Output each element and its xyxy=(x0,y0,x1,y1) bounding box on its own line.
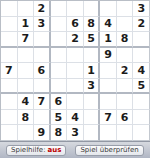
cell-r4c4[interactable] xyxy=(51,48,68,64)
toolbar: Spielhilfe: aus Spiel überprüfen xyxy=(0,141,150,158)
cell-r5c4[interactable] xyxy=(51,63,68,79)
cell-r3c6[interactable]: 5 xyxy=(84,32,101,48)
cell-r8c8[interactable]: 6 xyxy=(117,110,134,126)
cell-r8c4[interactable]: 5 xyxy=(51,110,68,126)
cell-r3c4[interactable] xyxy=(51,32,68,48)
cell-r2c8[interactable] xyxy=(117,17,134,33)
cell-r8c3[interactable] xyxy=(34,110,51,126)
cell-r3c7[interactable]: 1 xyxy=(100,32,117,48)
cell-r3c5[interactable]: 2 xyxy=(67,32,84,48)
cell-r1c7[interactable] xyxy=(100,1,117,17)
cell-r9c2[interactable] xyxy=(18,125,35,141)
cell-r8c6[interactable] xyxy=(84,110,101,126)
cell-r2c7[interactable]: 4 xyxy=(100,17,117,33)
cell-r8c9[interactable] xyxy=(133,110,150,126)
cell-r1c6[interactable] xyxy=(84,1,101,17)
cell-r1c9[interactable]: 3 xyxy=(133,1,150,17)
cell-r6c3[interactable] xyxy=(34,79,51,95)
cell-r7c9[interactable] xyxy=(133,94,150,110)
cell-r2c9[interactable]: 2 xyxy=(133,17,150,33)
check-game-label: Spiel überprüfen xyxy=(80,147,138,154)
cell-r6c1[interactable] xyxy=(1,79,18,95)
cell-r5c5[interactable] xyxy=(67,63,84,79)
cell-r7c8[interactable] xyxy=(117,94,134,110)
cell-r3c9[interactable] xyxy=(133,32,150,48)
cell-r5c1[interactable]: 7 xyxy=(1,63,18,79)
cell-r1c8[interactable] xyxy=(117,1,134,17)
cell-r6c4[interactable] xyxy=(51,79,68,95)
cell-r9c5[interactable]: 3 xyxy=(67,125,84,141)
cell-r4c9[interactable] xyxy=(133,48,150,64)
cell-r2c1[interactable] xyxy=(1,17,18,33)
cell-r2c4[interactable] xyxy=(51,17,68,33)
cell-r7c6[interactable] xyxy=(84,94,101,110)
cell-r8c5[interactable]: 4 xyxy=(67,110,84,126)
cell-r2c2[interactable]: 1 xyxy=(18,17,35,33)
cell-r4c3[interactable] xyxy=(34,48,51,64)
cell-r6c2[interactable] xyxy=(18,79,35,95)
cell-r9c4[interactable]: 8 xyxy=(51,125,68,141)
cell-r7c2[interactable]: 4 xyxy=(18,94,35,110)
cell-r7c3[interactable]: 7 xyxy=(34,94,51,110)
check-game-button[interactable]: Spiel überprüfen xyxy=(75,145,143,156)
cell-r6c7[interactable] xyxy=(100,79,117,95)
cell-r7c7[interactable] xyxy=(100,94,117,110)
cell-r4c5[interactable] xyxy=(67,48,84,64)
cell-r6c5[interactable] xyxy=(67,79,84,95)
cell-r9c6[interactable] xyxy=(84,125,101,141)
cell-r6c6[interactable]: 3 xyxy=(84,79,101,95)
cell-r8c7[interactable]: 7 xyxy=(100,110,117,126)
cell-r1c5[interactable] xyxy=(67,1,84,17)
cell-r9c9[interactable] xyxy=(133,125,150,141)
cell-r2c3[interactable]: 3 xyxy=(34,17,51,33)
cell-r2c5[interactable]: 6 xyxy=(67,17,84,33)
cell-r1c2[interactable] xyxy=(18,1,35,17)
cell-r5c3[interactable]: 6 xyxy=(34,63,51,79)
cell-r6c8[interactable] xyxy=(117,79,134,95)
cell-r1c3[interactable]: 2 xyxy=(34,1,51,17)
cell-r9c7[interactable] xyxy=(100,125,117,141)
sudoku-board: 23136842725189761243547685476983 xyxy=(0,0,150,141)
hint-label: Spielhilfe: xyxy=(11,147,46,154)
hint-value: aus xyxy=(48,147,62,154)
cell-r4c8[interactable] xyxy=(117,48,134,64)
cell-r4c7[interactable]: 9 xyxy=(100,48,117,64)
cell-r7c1[interactable] xyxy=(1,94,18,110)
cell-r5c7[interactable] xyxy=(100,63,117,79)
cell-r2c6[interactable]: 8 xyxy=(84,17,101,33)
cell-r3c1[interactable] xyxy=(1,32,18,48)
cell-r7c5[interactable] xyxy=(67,94,84,110)
cell-r4c2[interactable] xyxy=(18,48,35,64)
cell-r3c3[interactable] xyxy=(34,32,51,48)
cell-r9c1[interactable] xyxy=(1,125,18,141)
cell-r9c3[interactable]: 9 xyxy=(34,125,51,141)
hint-toggle-button[interactable]: Spielhilfe: aus xyxy=(6,145,66,156)
sudoku-app: 23136842725189761243547685476983 Spielhi… xyxy=(0,0,150,158)
cell-r8c2[interactable]: 8 xyxy=(18,110,35,126)
cell-r8c1[interactable] xyxy=(1,110,18,126)
cell-r9c8[interactable] xyxy=(117,125,134,141)
cell-r3c8[interactable]: 8 xyxy=(117,32,134,48)
cell-r5c2[interactable] xyxy=(18,63,35,79)
cell-r6c9[interactable]: 5 xyxy=(133,79,150,95)
cell-r7c4[interactable]: 6 xyxy=(51,94,68,110)
cell-r1c1[interactable] xyxy=(1,1,18,17)
cell-r1c4[interactable] xyxy=(51,1,68,17)
cell-r3c2[interactable]: 7 xyxy=(18,32,35,48)
cell-r4c1[interactable] xyxy=(1,48,18,64)
cell-r5c8[interactable]: 2 xyxy=(117,63,134,79)
cell-r5c6[interactable]: 1 xyxy=(84,63,101,79)
cell-r5c9[interactable]: 4 xyxy=(133,63,150,79)
cell-r4c6[interactable] xyxy=(84,48,101,64)
